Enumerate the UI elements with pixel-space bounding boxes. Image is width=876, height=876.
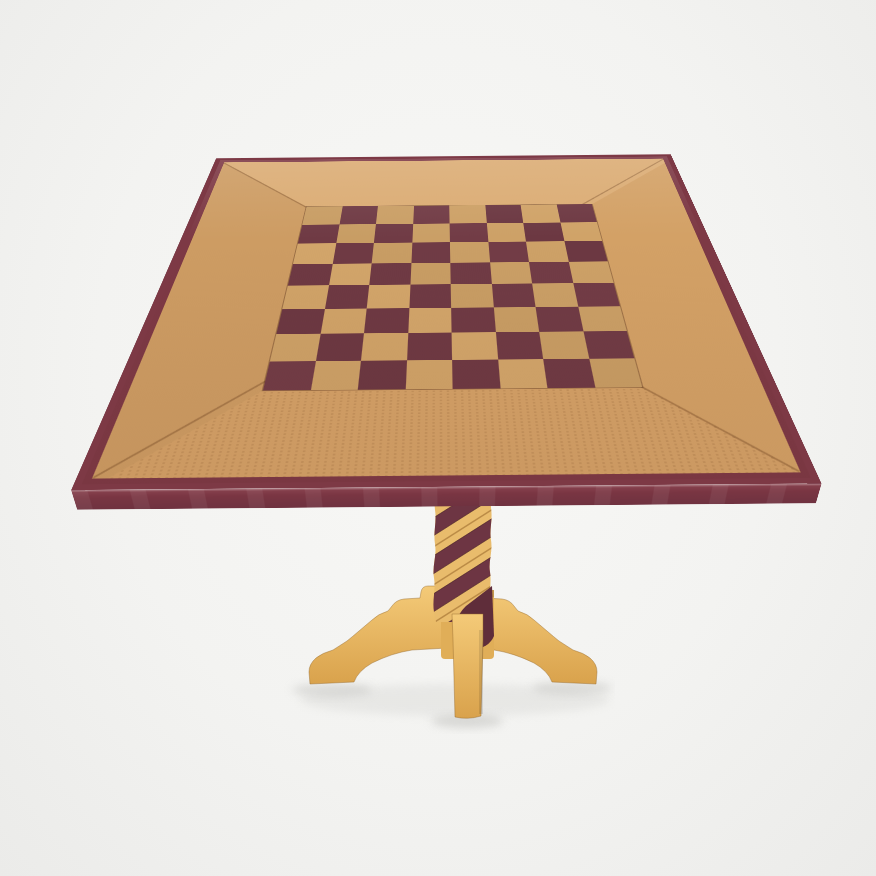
board-square: [408, 307, 452, 332]
board-square: [451, 307, 495, 332]
board-square: [532, 283, 578, 307]
board-square: [573, 283, 620, 307]
board-square: [315, 333, 364, 360]
tabletop-surface: [71, 154, 821, 490]
board-square: [282, 285, 328, 309]
board-square: [276, 309, 324, 334]
board-square: [336, 224, 376, 243]
board-square: [589, 358, 643, 388]
board-square: [564, 241, 608, 262]
board-square: [450, 223, 488, 242]
board-square: [536, 306, 583, 331]
board-square: [491, 283, 535, 307]
board-square: [556, 204, 597, 222]
board-square: [495, 332, 543, 359]
board-square: [332, 243, 374, 264]
board-square: [310, 360, 361, 390]
board-square: [405, 360, 452, 390]
board-square: [364, 308, 409, 333]
tabletop: [71, 154, 821, 490]
board-square: [320, 308, 367, 333]
board-square: [543, 358, 595, 388]
board-square: [374, 224, 413, 243]
board-square: [412, 223, 450, 242]
board-square: [452, 332, 498, 359]
board-square: [293, 243, 336, 264]
board-square: [411, 242, 450, 263]
board-square: [413, 205, 450, 223]
board-square: [409, 284, 451, 308]
board-square: [583, 331, 634, 358]
board-square: [490, 262, 532, 284]
table-scene: [0, 0, 876, 876]
board-square: [493, 307, 539, 332]
board-square: [376, 206, 414, 224]
mitre-seam-bottom-right: [623, 376, 800, 471]
board-square: [270, 334, 320, 361]
board-square: [485, 205, 523, 223]
board-square: [372, 243, 412, 264]
board-square: [450, 262, 491, 284]
board-square: [452, 359, 500, 389]
board-square: [358, 360, 407, 390]
board-square: [329, 263, 372, 285]
board-square: [369, 263, 411, 285]
board-square: [521, 205, 560, 223]
board-square: [488, 242, 529, 263]
board-square: [367, 285, 410, 309]
mitre-seam-bottom-left: [93, 379, 268, 477]
board-square: [450, 242, 490, 263]
board-square: [325, 285, 370, 309]
photo-backdrop: [0, 0, 876, 876]
board-square: [486, 223, 526, 242]
board-square: [526, 241, 568, 262]
board-square: [263, 361, 316, 391]
board-square: [568, 261, 613, 283]
board-square: [539, 331, 588, 358]
board-square: [498, 359, 548, 389]
board-square: [288, 264, 332, 286]
board-square: [578, 306, 627, 331]
board-square: [523, 222, 564, 241]
chessboard: [263, 204, 642, 390]
board-frame: [92, 159, 801, 479]
board-square: [560, 222, 602, 241]
board-square: [302, 206, 342, 224]
board-square: [298, 224, 339, 243]
board-square: [361, 333, 408, 360]
board-square: [451, 284, 494, 308]
board-square: [449, 205, 486, 223]
board-square: [339, 206, 378, 224]
board-square: [407, 333, 453, 360]
board-square: [410, 262, 451, 284]
board-square: [529, 261, 573, 283]
